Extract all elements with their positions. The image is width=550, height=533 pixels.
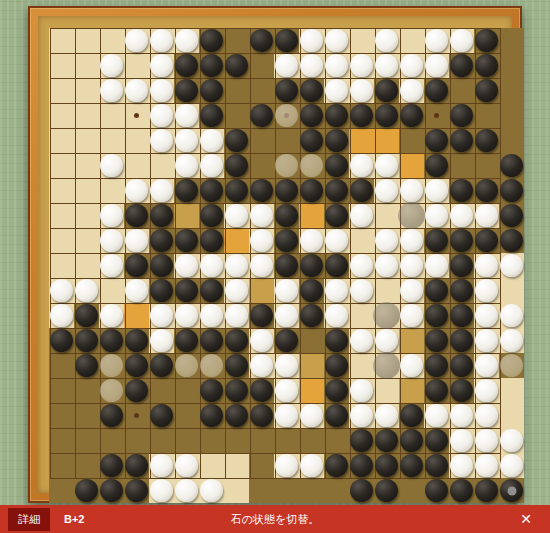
black-stone[interactable] (450, 104, 473, 127)
white-stone[interactable] (475, 254, 498, 277)
white-stone[interactable] (275, 379, 298, 402)
white-stone[interactable] (275, 304, 298, 327)
black-stone[interactable] (450, 229, 473, 252)
close-icon[interactable]: ✕ (514, 510, 538, 528)
dead-white-stone[interactable] (175, 354, 198, 377)
black-stone[interactable] (175, 279, 198, 302)
black-stone[interactable] (425, 329, 448, 352)
black-stone[interactable] (425, 279, 448, 302)
black-stone[interactable] (100, 479, 123, 502)
black-stone[interactable] (425, 79, 448, 102)
white-stone[interactable] (300, 54, 323, 77)
white-stone[interactable] (475, 379, 498, 402)
white-stone[interactable] (150, 454, 173, 477)
black-stone[interactable] (425, 354, 448, 377)
black-stone[interactable] (475, 79, 498, 102)
white-stone[interactable] (350, 254, 373, 277)
white-stone[interactable] (350, 204, 373, 227)
white-stone[interactable] (150, 329, 173, 352)
white-stone[interactable] (425, 29, 448, 52)
black-stone[interactable] (250, 304, 273, 327)
white-stone[interactable] (375, 54, 398, 77)
black-stone[interactable] (175, 179, 198, 202)
white-stone[interactable] (275, 454, 298, 477)
white-stone[interactable] (225, 279, 248, 302)
white-stone[interactable] (375, 29, 398, 52)
black-stone[interactable] (200, 404, 223, 427)
black-stone[interactable] (400, 104, 423, 127)
black-stone[interactable] (75, 354, 98, 377)
white-stone[interactable] (425, 204, 448, 227)
white-stone[interactable] (450, 454, 473, 477)
white-stone[interactable] (475, 204, 498, 227)
white-stone[interactable] (400, 179, 423, 202)
black-stone[interactable] (475, 179, 498, 202)
white-stone[interactable] (400, 54, 423, 77)
white-stone[interactable] (500, 254, 523, 277)
white-stone[interactable] (200, 129, 223, 152)
white-stone[interactable] (450, 429, 473, 452)
black-stone[interactable] (200, 104, 223, 127)
black-stone[interactable] (475, 229, 498, 252)
white-stone[interactable] (400, 304, 423, 327)
white-stone[interactable] (275, 354, 298, 377)
black-stone[interactable] (150, 254, 173, 277)
black-stone[interactable] (125, 479, 148, 502)
white-stone[interactable] (400, 229, 423, 252)
white-stone[interactable] (450, 29, 473, 52)
white-stone[interactable] (125, 279, 148, 302)
black-stone[interactable] (150, 279, 173, 302)
black-stone[interactable] (375, 429, 398, 452)
black-stone[interactable] (500, 179, 523, 202)
black-stone[interactable] (350, 104, 373, 127)
dead-white-stone[interactable] (300, 154, 323, 177)
black-stone[interactable] (100, 329, 123, 352)
white-stone[interactable] (325, 279, 348, 302)
black-stone[interactable] (250, 404, 273, 427)
white-stone[interactable] (125, 79, 148, 102)
white-stone[interactable] (150, 54, 173, 77)
black-stone[interactable] (375, 454, 398, 477)
black-stone[interactable] (350, 179, 373, 202)
white-stone[interactable] (175, 29, 198, 52)
black-stone[interactable] (275, 254, 298, 277)
white-stone[interactable] (175, 129, 198, 152)
white-stone[interactable] (425, 179, 448, 202)
black-stone[interactable] (225, 129, 248, 152)
white-stone[interactable] (375, 179, 398, 202)
white-stone[interactable] (300, 29, 323, 52)
black-stone[interactable] (325, 454, 348, 477)
black-stone[interactable] (175, 229, 198, 252)
white-stone[interactable] (125, 29, 148, 52)
black-stone[interactable] (100, 404, 123, 427)
game-result-label: B+2 (64, 513, 85, 525)
black-stone[interactable] (450, 179, 473, 202)
white-stone[interactable] (325, 29, 348, 52)
black-stone[interactable] (225, 179, 248, 202)
black-stone[interactable] (225, 54, 248, 77)
white-stone[interactable] (250, 254, 273, 277)
black-stone[interactable] (200, 29, 223, 52)
board-surface (38, 16, 512, 493)
black-stone[interactable] (175, 329, 198, 352)
white-stone[interactable] (450, 404, 473, 427)
black-stone[interactable] (400, 454, 423, 477)
white-stone[interactable] (200, 479, 223, 502)
black-stone[interactable] (125, 354, 148, 377)
black-stone[interactable] (300, 79, 323, 102)
white-stone[interactable] (250, 354, 273, 377)
white-stone[interactable] (425, 54, 448, 77)
white-stone[interactable] (325, 54, 348, 77)
white-stone[interactable] (250, 204, 273, 227)
white-stone[interactable] (175, 104, 198, 127)
details-button[interactable]: 詳細 (8, 508, 50, 531)
white-stone[interactable] (350, 154, 373, 177)
white-stone[interactable] (225, 254, 248, 277)
black-stone[interactable] (325, 104, 348, 127)
dead-white-stone[interactable] (100, 379, 123, 402)
black-stone[interactable] (200, 379, 223, 402)
black-stone[interactable] (425, 154, 448, 177)
black-stone[interactable] (225, 404, 248, 427)
black-stone[interactable] (475, 129, 498, 152)
white-stone[interactable] (50, 279, 73, 302)
dead-black-stone[interactable] (373, 302, 400, 329)
white-stone[interactable] (150, 304, 173, 327)
black-stone[interactable] (200, 179, 223, 202)
black-stone[interactable] (50, 329, 73, 352)
black-stone[interactable] (450, 379, 473, 402)
black-stone[interactable] (250, 179, 273, 202)
black-stone[interactable] (225, 329, 248, 352)
white-stone[interactable] (175, 454, 198, 477)
white-stone[interactable] (500, 329, 523, 352)
white-stone[interactable] (300, 404, 323, 427)
white-stone[interactable] (375, 329, 398, 352)
white-stone[interactable] (175, 254, 198, 277)
black-stone[interactable] (275, 229, 298, 252)
white-stone[interactable] (475, 429, 498, 452)
black-stone[interactable] (325, 179, 348, 202)
white-stone[interactable] (450, 204, 473, 227)
dead-white-stone[interactable] (100, 354, 123, 377)
black-stone[interactable] (425, 429, 448, 452)
black-stone[interactable] (75, 304, 98, 327)
white-stone[interactable] (225, 204, 248, 227)
black-stone[interactable] (450, 329, 473, 352)
black-stone[interactable] (75, 329, 98, 352)
black-stone[interactable] (425, 379, 448, 402)
black-stone[interactable] (200, 79, 223, 102)
last-move-marker-icon (507, 486, 516, 495)
white-stone[interactable] (400, 79, 423, 102)
black-stone[interactable] (475, 54, 498, 77)
white-stone[interactable] (100, 154, 123, 177)
black-stone[interactable] (125, 454, 148, 477)
white-stone[interactable] (200, 254, 223, 277)
white-stone[interactable] (150, 129, 173, 152)
black-stone[interactable] (425, 454, 448, 477)
black-stone[interactable] (225, 354, 248, 377)
black-stone[interactable] (175, 79, 198, 102)
black-stone[interactable] (300, 129, 323, 152)
black-stone[interactable] (500, 204, 523, 227)
black-stone[interactable] (275, 204, 298, 227)
white-stone[interactable] (125, 229, 148, 252)
black-stone[interactable] (250, 29, 273, 52)
white-stone[interactable] (300, 454, 323, 477)
black-stone[interactable] (150, 229, 173, 252)
white-stone[interactable] (475, 354, 498, 377)
black-stone[interactable] (300, 279, 323, 302)
white-stone[interactable] (175, 304, 198, 327)
black-stone[interactable] (450, 304, 473, 327)
black-stone[interactable] (250, 104, 273, 127)
dead-white-stone[interactable] (275, 104, 298, 127)
black-stone[interactable] (75, 479, 98, 502)
white-stone[interactable] (275, 54, 298, 77)
black-stone[interactable] (125, 379, 148, 402)
dead-black-stone[interactable] (373, 352, 400, 379)
black-stone[interactable] (500, 229, 523, 252)
white-stone[interactable] (350, 379, 373, 402)
black-stone[interactable] (125, 204, 148, 227)
stones-layer (49, 28, 524, 503)
white-stone[interactable] (150, 29, 173, 52)
black-stone[interactable] (225, 379, 248, 402)
black-stone[interactable] (200, 204, 223, 227)
status-bar: 詳細 B+2 石の状態を切替。 ✕ (0, 505, 550, 533)
black-stone[interactable] (450, 254, 473, 277)
black-stone[interactable] (325, 154, 348, 177)
white-stone[interactable] (400, 254, 423, 277)
black-stone[interactable] (125, 254, 148, 277)
black-stone[interactable] (325, 379, 348, 402)
black-stone[interactable] (475, 479, 498, 502)
white-stone[interactable] (150, 179, 173, 202)
black-stone[interactable] (425, 229, 448, 252)
white-stone[interactable] (300, 229, 323, 252)
white-stone[interactable] (475, 454, 498, 477)
white-stone[interactable] (350, 404, 373, 427)
black-stone[interactable] (125, 329, 148, 352)
black-stone[interactable] (300, 254, 323, 277)
black-stone[interactable] (150, 354, 173, 377)
white-stone[interactable] (100, 54, 123, 77)
black-stone[interactable] (275, 79, 298, 102)
black-stone[interactable] (450, 129, 473, 152)
white-stone[interactable] (200, 154, 223, 177)
white-stone[interactable] (175, 154, 198, 177)
white-stone[interactable] (150, 104, 173, 127)
black-stone[interactable] (375, 104, 398, 127)
white-stone[interactable] (150, 79, 173, 102)
white-stone[interactable] (125, 179, 148, 202)
black-stone[interactable] (325, 204, 348, 227)
white-stone[interactable] (75, 279, 98, 302)
black-stone[interactable] (475, 29, 498, 52)
white-stone[interactable] (250, 229, 273, 252)
black-stone[interactable] (450, 479, 473, 502)
black-stone[interactable] (275, 329, 298, 352)
black-stone[interactable] (425, 129, 448, 152)
black-stone[interactable] (200, 329, 223, 352)
black-stone[interactable] (400, 404, 423, 427)
black-stone[interactable] (325, 254, 348, 277)
white-stone[interactable] (500, 304, 523, 327)
white-stone[interactable] (100, 304, 123, 327)
white-stone[interactable] (475, 304, 498, 327)
black-stone[interactable] (250, 379, 273, 402)
white-stone[interactable] (425, 254, 448, 277)
black-stone[interactable] (150, 204, 173, 227)
black-stone[interactable] (450, 54, 473, 77)
black-stone[interactable] (300, 104, 323, 127)
white-stone[interactable] (475, 404, 498, 427)
black-stone[interactable] (450, 354, 473, 377)
black-stone[interactable] (425, 479, 448, 502)
white-stone[interactable] (150, 479, 173, 502)
black-stone[interactable] (150, 404, 173, 427)
white-stone[interactable] (100, 254, 123, 277)
black-stone[interactable] (375, 79, 398, 102)
white-stone[interactable] (325, 79, 348, 102)
black-stone[interactable] (325, 129, 348, 152)
white-stone[interactable] (400, 354, 423, 377)
white-stone[interactable] (100, 79, 123, 102)
black-stone[interactable] (175, 54, 198, 77)
white-stone[interactable] (375, 404, 398, 427)
white-stone[interactable] (375, 254, 398, 277)
white-stone[interactable] (50, 304, 73, 327)
white-stone[interactable] (275, 404, 298, 427)
white-stone[interactable] (275, 279, 298, 302)
white-stone[interactable] (200, 304, 223, 327)
black-stone[interactable] (350, 454, 373, 477)
black-stone[interactable] (325, 404, 348, 427)
white-stone[interactable] (325, 229, 348, 252)
dead-white-stone[interactable] (200, 354, 223, 377)
white-stone[interactable] (425, 404, 448, 427)
black-stone[interactable] (375, 479, 398, 502)
black-stone[interactable] (300, 304, 323, 327)
white-stone[interactable] (225, 304, 248, 327)
black-stone[interactable] (300, 179, 323, 202)
black-stone[interactable] (350, 479, 373, 502)
white-stone[interactable] (475, 329, 498, 352)
dead-black-stone[interactable] (398, 202, 425, 229)
white-stone[interactable] (350, 54, 373, 77)
black-stone[interactable] (450, 279, 473, 302)
black-stone[interactable] (400, 429, 423, 452)
black-stone[interactable] (225, 154, 248, 177)
black-stone[interactable] (275, 29, 298, 52)
black-stone[interactable] (325, 354, 348, 377)
white-stone[interactable] (350, 279, 373, 302)
white-stone[interactable] (100, 229, 123, 252)
white-stone[interactable] (100, 204, 123, 227)
white-stone[interactable] (350, 79, 373, 102)
black-stone[interactable] (200, 229, 223, 252)
white-stone[interactable] (500, 429, 523, 452)
dead-white-stone[interactable] (275, 154, 298, 177)
black-stone[interactable] (275, 179, 298, 202)
white-stone[interactable] (400, 279, 423, 302)
black-stone[interactable] (325, 329, 348, 352)
go-board[interactable] (28, 6, 522, 503)
white-stone[interactable] (500, 454, 523, 477)
black-stone[interactable] (500, 154, 523, 177)
white-stone[interactable] (475, 279, 498, 302)
white-stone[interactable] (375, 154, 398, 177)
black-stone-marked[interactable] (500, 479, 523, 502)
dead-white-stone[interactable] (500, 354, 523, 377)
black-stone[interactable] (350, 429, 373, 452)
white-stone[interactable] (325, 304, 348, 327)
white-stone[interactable] (250, 329, 273, 352)
black-stone[interactable] (100, 454, 123, 477)
black-stone[interactable] (200, 54, 223, 77)
white-stone[interactable] (175, 479, 198, 502)
white-stone[interactable] (375, 229, 398, 252)
white-stone[interactable] (350, 329, 373, 352)
black-stone[interactable] (200, 279, 223, 302)
black-stone[interactable] (425, 304, 448, 327)
